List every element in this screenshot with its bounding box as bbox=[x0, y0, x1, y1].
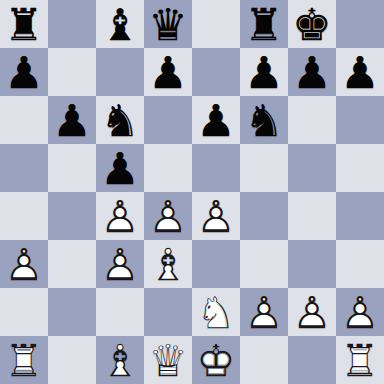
square-a3[interactable]: ♟♙ bbox=[0, 240, 48, 288]
white-rook-h1[interactable]: ♜♖ bbox=[336, 336, 384, 384]
square-d6[interactable] bbox=[144, 96, 192, 144]
piece-glyph-fill: ♟ bbox=[96, 241, 144, 289]
square-g4[interactable] bbox=[288, 192, 336, 240]
square-c1[interactable]: ♝♗ bbox=[96, 336, 144, 384]
white-pawn-e4[interactable]: ♟♙ bbox=[192, 192, 240, 240]
square-e8[interactable] bbox=[192, 0, 240, 48]
square-a8[interactable]: ♜ bbox=[0, 0, 48, 48]
square-h6[interactable] bbox=[336, 96, 384, 144]
square-b1[interactable] bbox=[48, 336, 96, 384]
square-h1[interactable]: ♜♖ bbox=[336, 336, 384, 384]
black-pawn-a7[interactable]: ♟ bbox=[0, 48, 48, 96]
piece-glyph-fill: ♟ bbox=[240, 49, 288, 97]
square-g5[interactable] bbox=[288, 144, 336, 192]
square-a1[interactable]: ♜♖ bbox=[0, 336, 48, 384]
piece-glyph-fill: ♞ bbox=[192, 289, 240, 337]
black-rook-f8[interactable]: ♜ bbox=[240, 0, 288, 48]
square-c6[interactable]: ♞ bbox=[96, 96, 144, 144]
piece-glyph-fill: ♟ bbox=[0, 49, 48, 97]
black-pawn-f7[interactable]: ♟ bbox=[240, 48, 288, 96]
piece-glyph-outline: ♗ bbox=[144, 241, 192, 289]
piece-glyph-outline: ♕ bbox=[144, 337, 192, 384]
piece-glyph-fill: ♛ bbox=[144, 1, 192, 49]
piece-glyph-fill: ♛ bbox=[144, 337, 192, 384]
square-h2[interactable]: ♟♙ bbox=[336, 288, 384, 336]
square-f5[interactable] bbox=[240, 144, 288, 192]
square-g8[interactable]: ♚ bbox=[288, 0, 336, 48]
square-c5[interactable]: ♟ bbox=[96, 144, 144, 192]
piece-glyph-fill: ♟ bbox=[288, 289, 336, 337]
square-g7[interactable]: ♟ bbox=[288, 48, 336, 96]
piece-glyph-fill: ♞ bbox=[96, 97, 144, 145]
square-d7[interactable]: ♟ bbox=[144, 48, 192, 96]
square-d8[interactable]: ♛ bbox=[144, 0, 192, 48]
piece-glyph-fill: ♟ bbox=[192, 97, 240, 145]
white-king-e1[interactable]: ♚♔ bbox=[192, 336, 240, 384]
square-b5[interactable] bbox=[48, 144, 96, 192]
piece-glyph-fill: ♞ bbox=[240, 97, 288, 145]
white-bishop-d3[interactable]: ♝♗ bbox=[144, 240, 192, 288]
square-g6[interactable] bbox=[288, 96, 336, 144]
white-pawn-d4[interactable]: ♟♙ bbox=[144, 192, 192, 240]
white-queen-d1[interactable]: ♛♕ bbox=[144, 336, 192, 384]
black-knight-f6[interactable]: ♞ bbox=[240, 96, 288, 144]
square-d5[interactable] bbox=[144, 144, 192, 192]
piece-glyph-outline: ♙ bbox=[96, 193, 144, 241]
square-h3[interactable] bbox=[336, 240, 384, 288]
piece-glyph-outline: ♙ bbox=[144, 193, 192, 241]
square-e1[interactable]: ♚♔ bbox=[192, 336, 240, 384]
square-f4[interactable] bbox=[240, 192, 288, 240]
square-d2[interactable] bbox=[144, 288, 192, 336]
piece-glyph-outline: ♖ bbox=[0, 337, 48, 384]
white-rook-a1[interactable]: ♜♖ bbox=[0, 336, 48, 384]
square-d4[interactable]: ♟♙ bbox=[144, 192, 192, 240]
piece-glyph-outline: ♗ bbox=[96, 337, 144, 384]
piece-glyph-fill: ♜ bbox=[0, 337, 48, 384]
square-f1[interactable] bbox=[240, 336, 288, 384]
white-pawn-a3[interactable]: ♟♙ bbox=[0, 240, 48, 288]
piece-glyph-fill: ♜ bbox=[240, 1, 288, 49]
square-a7[interactable]: ♟ bbox=[0, 48, 48, 96]
piece-glyph-fill: ♜ bbox=[0, 1, 48, 49]
piece-glyph-fill: ♟ bbox=[240, 289, 288, 337]
piece-glyph-outline: ♙ bbox=[240, 289, 288, 337]
square-e2[interactable]: ♞♘ bbox=[192, 288, 240, 336]
square-a2[interactable] bbox=[0, 288, 48, 336]
square-c4[interactable]: ♟♙ bbox=[96, 192, 144, 240]
square-d3[interactable]: ♝♗ bbox=[144, 240, 192, 288]
square-e4[interactable]: ♟♙ bbox=[192, 192, 240, 240]
black-bishop-c8[interactable]: ♝ bbox=[96, 0, 144, 48]
piece-glyph-fill: ♟ bbox=[144, 193, 192, 241]
black-pawn-c5[interactable]: ♟ bbox=[96, 144, 144, 192]
piece-glyph-outline: ♙ bbox=[336, 289, 384, 337]
black-knight-c6[interactable]: ♞ bbox=[96, 96, 144, 144]
square-d1[interactable]: ♛♕ bbox=[144, 336, 192, 384]
piece-glyph-fill: ♝ bbox=[96, 337, 144, 384]
white-pawn-f2[interactable]: ♟♙ bbox=[240, 288, 288, 336]
piece-glyph-fill: ♝ bbox=[96, 1, 144, 49]
piece-glyph-fill: ♟ bbox=[0, 241, 48, 289]
square-e5[interactable] bbox=[192, 144, 240, 192]
black-pawn-g7[interactable]: ♟ bbox=[288, 48, 336, 96]
piece-glyph-fill: ♟ bbox=[48, 97, 96, 145]
black-pawn-e6[interactable]: ♟ bbox=[192, 96, 240, 144]
square-f7[interactable]: ♟ bbox=[240, 48, 288, 96]
square-g3[interactable] bbox=[288, 240, 336, 288]
square-f6[interactable]: ♞ bbox=[240, 96, 288, 144]
square-b4[interactable] bbox=[48, 192, 96, 240]
square-h4[interactable] bbox=[336, 192, 384, 240]
piece-glyph-fill: ♚ bbox=[288, 1, 336, 49]
piece-glyph-outline: ♘ bbox=[192, 289, 240, 337]
square-f8[interactable]: ♜ bbox=[240, 0, 288, 48]
square-e6[interactable]: ♟ bbox=[192, 96, 240, 144]
square-c7[interactable] bbox=[96, 48, 144, 96]
piece-glyph-fill: ♟ bbox=[96, 193, 144, 241]
square-a6[interactable] bbox=[0, 96, 48, 144]
piece-glyph-fill: ♚ bbox=[192, 337, 240, 384]
black-queen-d8[interactable]: ♛ bbox=[144, 0, 192, 48]
white-bishop-c1[interactable]: ♝♗ bbox=[96, 336, 144, 384]
black-pawn-d7[interactable]: ♟ bbox=[144, 48, 192, 96]
piece-glyph-fill: ♟ bbox=[336, 289, 384, 337]
piece-glyph-outline: ♖ bbox=[336, 337, 384, 384]
square-c2[interactable] bbox=[96, 288, 144, 336]
white-knight-e2[interactable]: ♞♘ bbox=[192, 288, 240, 336]
piece-glyph-outline: ♙ bbox=[96, 241, 144, 289]
chess-board: ♜♝♛♜♚♟♟♟♟♟♟♞♟♞♟♟♙♟♙♟♙♟♙♟♙♝♗♞♘♟♙♟♙♟♙♜♖♝♗♛… bbox=[0, 0, 384, 384]
square-g2[interactable]: ♟♙ bbox=[288, 288, 336, 336]
square-h7[interactable]: ♟ bbox=[336, 48, 384, 96]
piece-glyph-outline: ♔ bbox=[192, 337, 240, 384]
square-f2[interactable]: ♟♙ bbox=[240, 288, 288, 336]
black-pawn-b6[interactable]: ♟ bbox=[48, 96, 96, 144]
square-g1[interactable] bbox=[288, 336, 336, 384]
piece-glyph-fill: ♟ bbox=[336, 49, 384, 97]
white-pawn-g2[interactable]: ♟♙ bbox=[288, 288, 336, 336]
square-b6[interactable]: ♟ bbox=[48, 96, 96, 144]
piece-glyph-outline: ♙ bbox=[0, 241, 48, 289]
square-b7[interactable] bbox=[48, 48, 96, 96]
square-h8[interactable] bbox=[336, 0, 384, 48]
square-b3[interactable] bbox=[48, 240, 96, 288]
piece-glyph-fill: ♟ bbox=[288, 49, 336, 97]
square-a4[interactable] bbox=[0, 192, 48, 240]
white-pawn-h2[interactable]: ♟♙ bbox=[336, 288, 384, 336]
black-pawn-h7[interactable]: ♟ bbox=[336, 48, 384, 96]
black-king-g8[interactable]: ♚ bbox=[288, 0, 336, 48]
black-rook-a8[interactable]: ♜ bbox=[0, 0, 48, 48]
piece-glyph-fill: ♟ bbox=[96, 145, 144, 193]
white-pawn-c3[interactable]: ♟♙ bbox=[96, 240, 144, 288]
piece-glyph-fill: ♝ bbox=[144, 241, 192, 289]
white-pawn-c4[interactable]: ♟♙ bbox=[96, 192, 144, 240]
piece-glyph-outline: ♙ bbox=[288, 289, 336, 337]
square-c3[interactable]: ♟♙ bbox=[96, 240, 144, 288]
square-b2[interactable] bbox=[48, 288, 96, 336]
piece-glyph-fill: ♟ bbox=[192, 193, 240, 241]
piece-glyph-fill: ♟ bbox=[144, 49, 192, 97]
square-e3[interactable] bbox=[192, 240, 240, 288]
square-h5[interactable] bbox=[336, 144, 384, 192]
piece-glyph-outline: ♙ bbox=[192, 193, 240, 241]
square-a5[interactable] bbox=[0, 144, 48, 192]
square-c8[interactable]: ♝ bbox=[96, 0, 144, 48]
piece-glyph-fill: ♜ bbox=[336, 337, 384, 384]
square-b8[interactable] bbox=[48, 0, 96, 48]
square-e7[interactable] bbox=[192, 48, 240, 96]
square-f3[interactable] bbox=[240, 240, 288, 288]
